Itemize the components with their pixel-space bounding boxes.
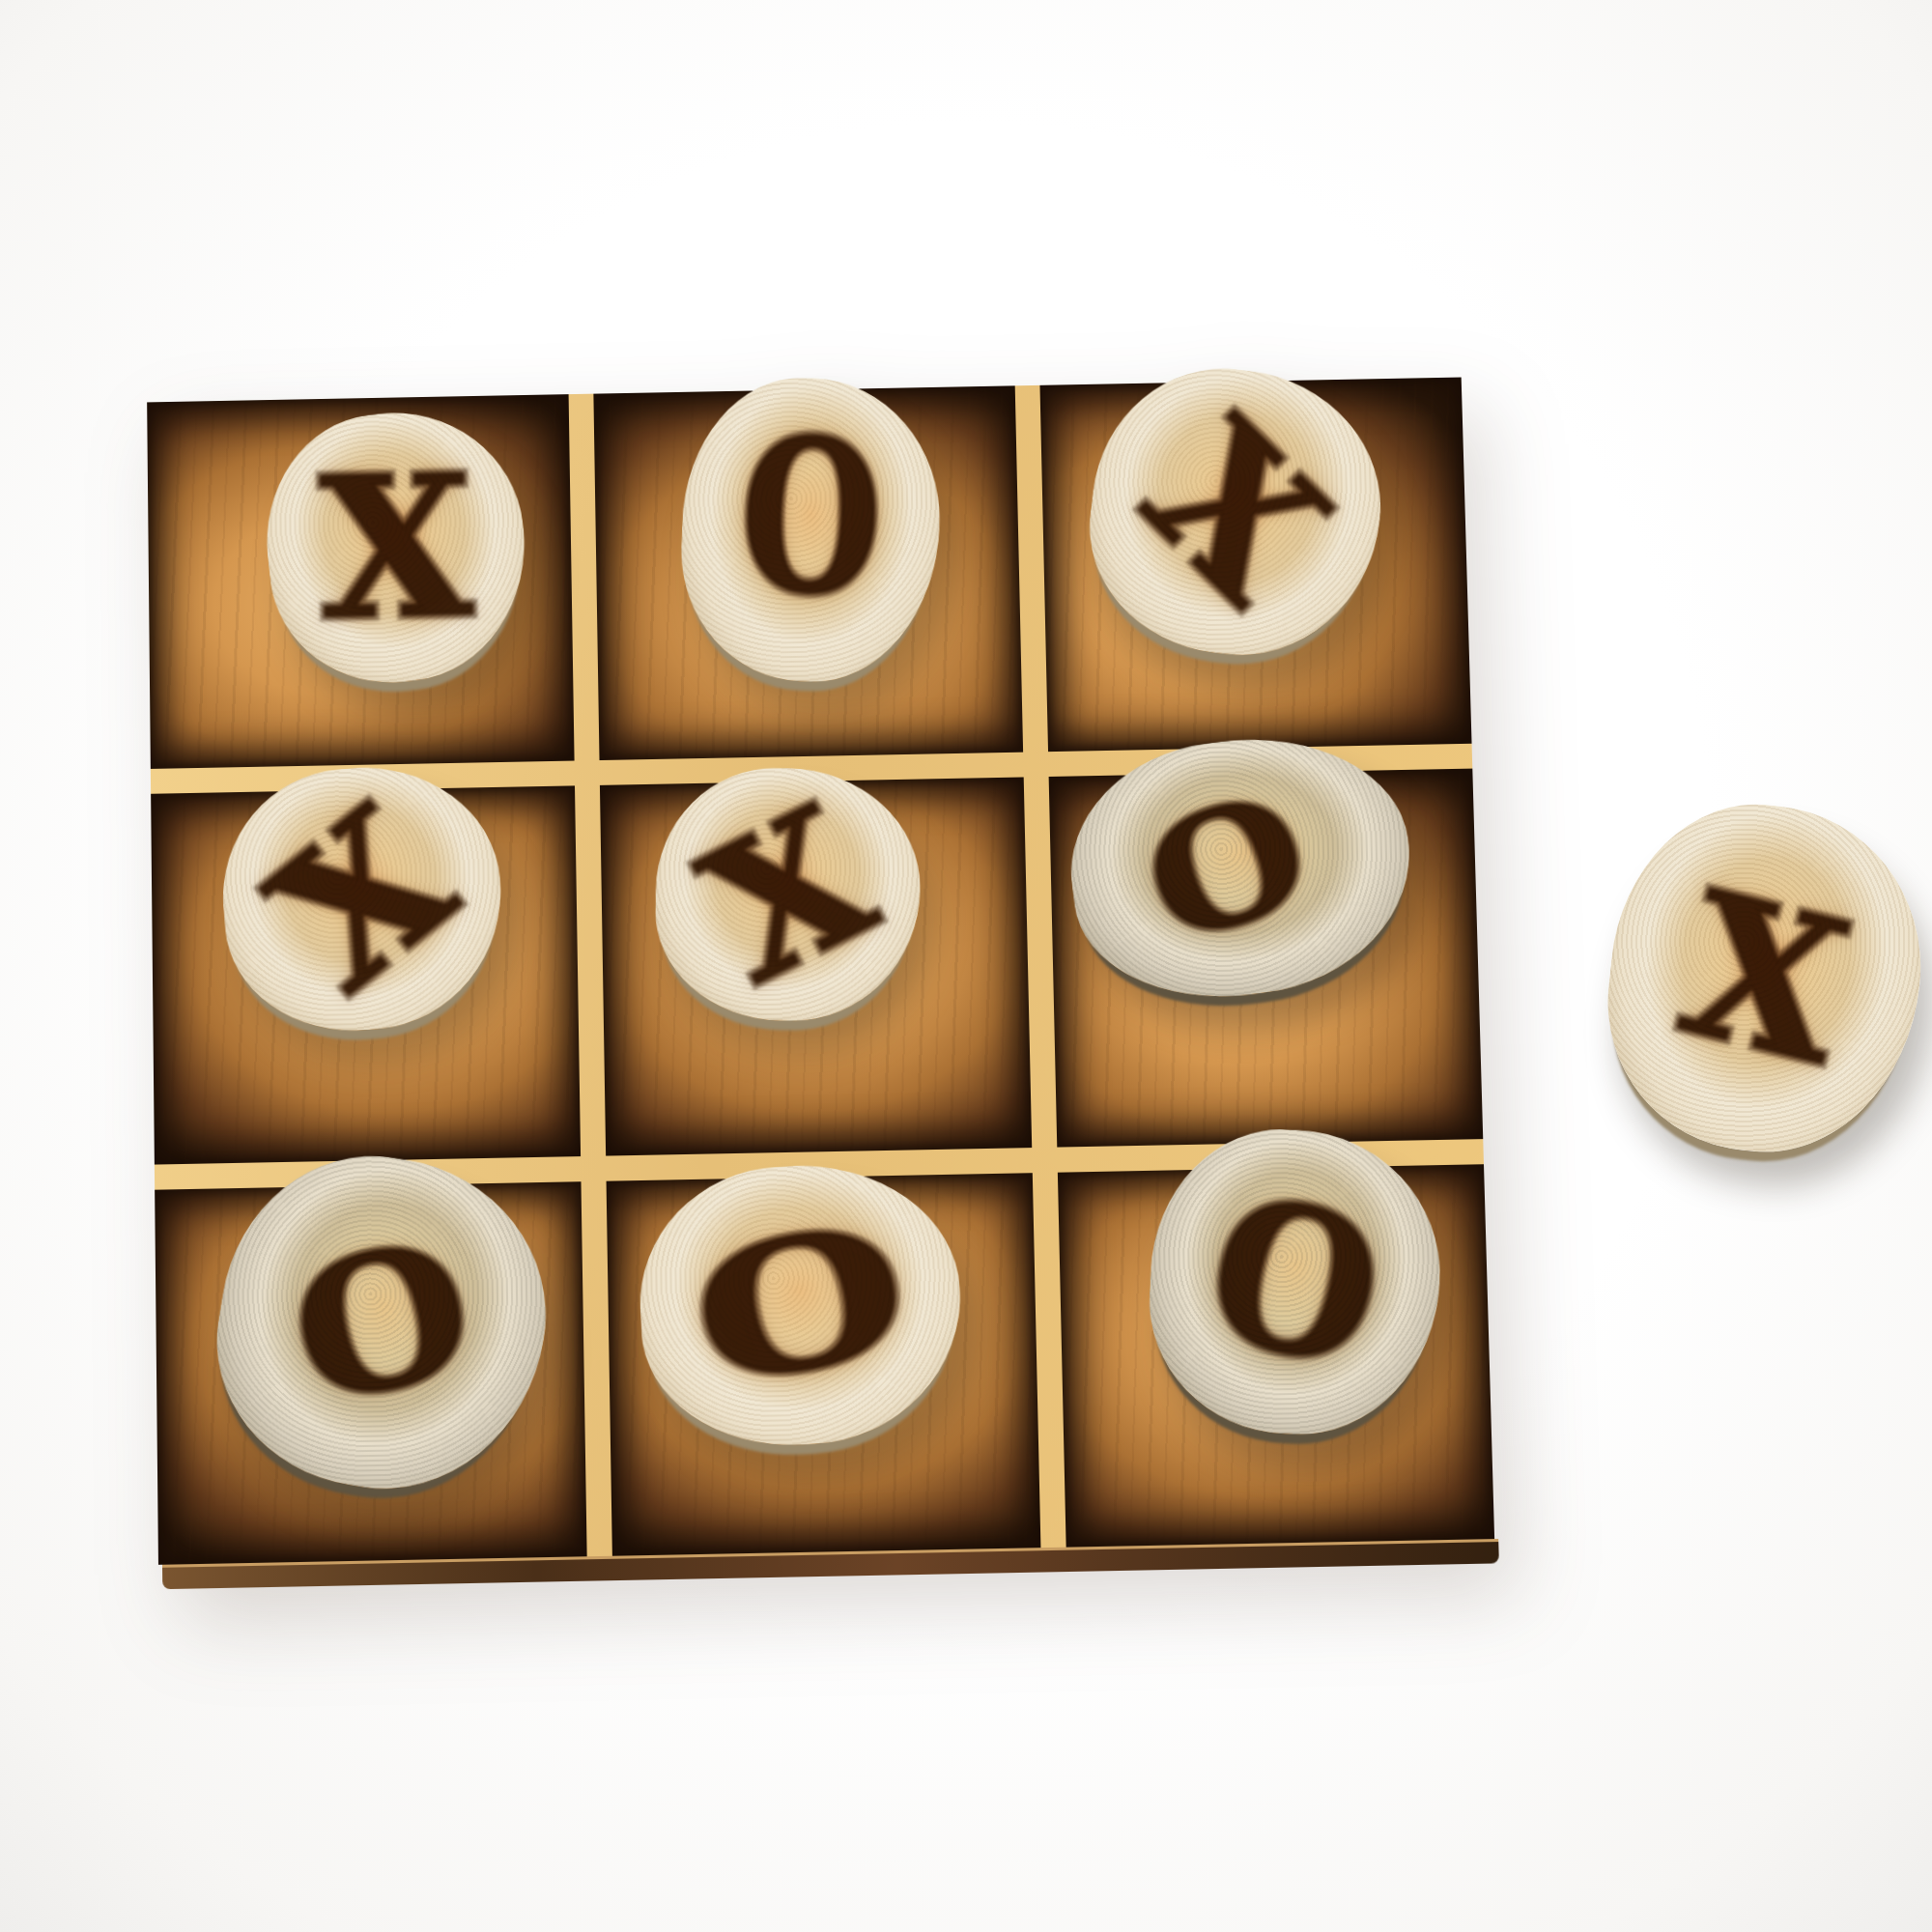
- burned-symbol: O: [680, 1197, 922, 1413]
- burned-symbol: O: [737, 410, 885, 625]
- piece-o-r2c0[interactable]: O: [196, 1135, 569, 1511]
- photo-backdrop: XOXXXOOOO X: [0, 0, 1932, 1932]
- tic-tac-toe-board: XOXXXOOOO: [147, 378, 1494, 1565]
- burned-symbol: X: [319, 447, 474, 645]
- burned-symbol: O: [1193, 1166, 1397, 1398]
- burned-symbol: X: [680, 778, 895, 1011]
- piece-x-r1c0[interactable]: X: [213, 755, 512, 1041]
- piece-x-r0c0[interactable]: X: [253, 398, 541, 696]
- piece-o-r1c2[interactable]: O: [1057, 721, 1427, 1014]
- board-pieces-layer: XOXXXOOOO: [147, 378, 1494, 1565]
- piece-x-extra[interactable]: X: [1593, 790, 1932, 1166]
- piece-x-r1c1[interactable]: X: [653, 766, 922, 1023]
- burned-symbol: O: [278, 1213, 488, 1432]
- piece-o-r0c1[interactable]: O: [677, 374, 945, 685]
- piece-o-r2c1[interactable]: O: [634, 1157, 969, 1453]
- burned-symbol: O: [1128, 770, 1327, 969]
- piece-o-r2c2[interactable]: O: [1144, 1122, 1446, 1440]
- burned-symbol: X: [1666, 864, 1863, 1093]
- piece-x-r0c2[interactable]: X: [1076, 355, 1395, 670]
- burned-symbol: X: [243, 777, 481, 1020]
- burned-symbol: X: [1116, 392, 1356, 632]
